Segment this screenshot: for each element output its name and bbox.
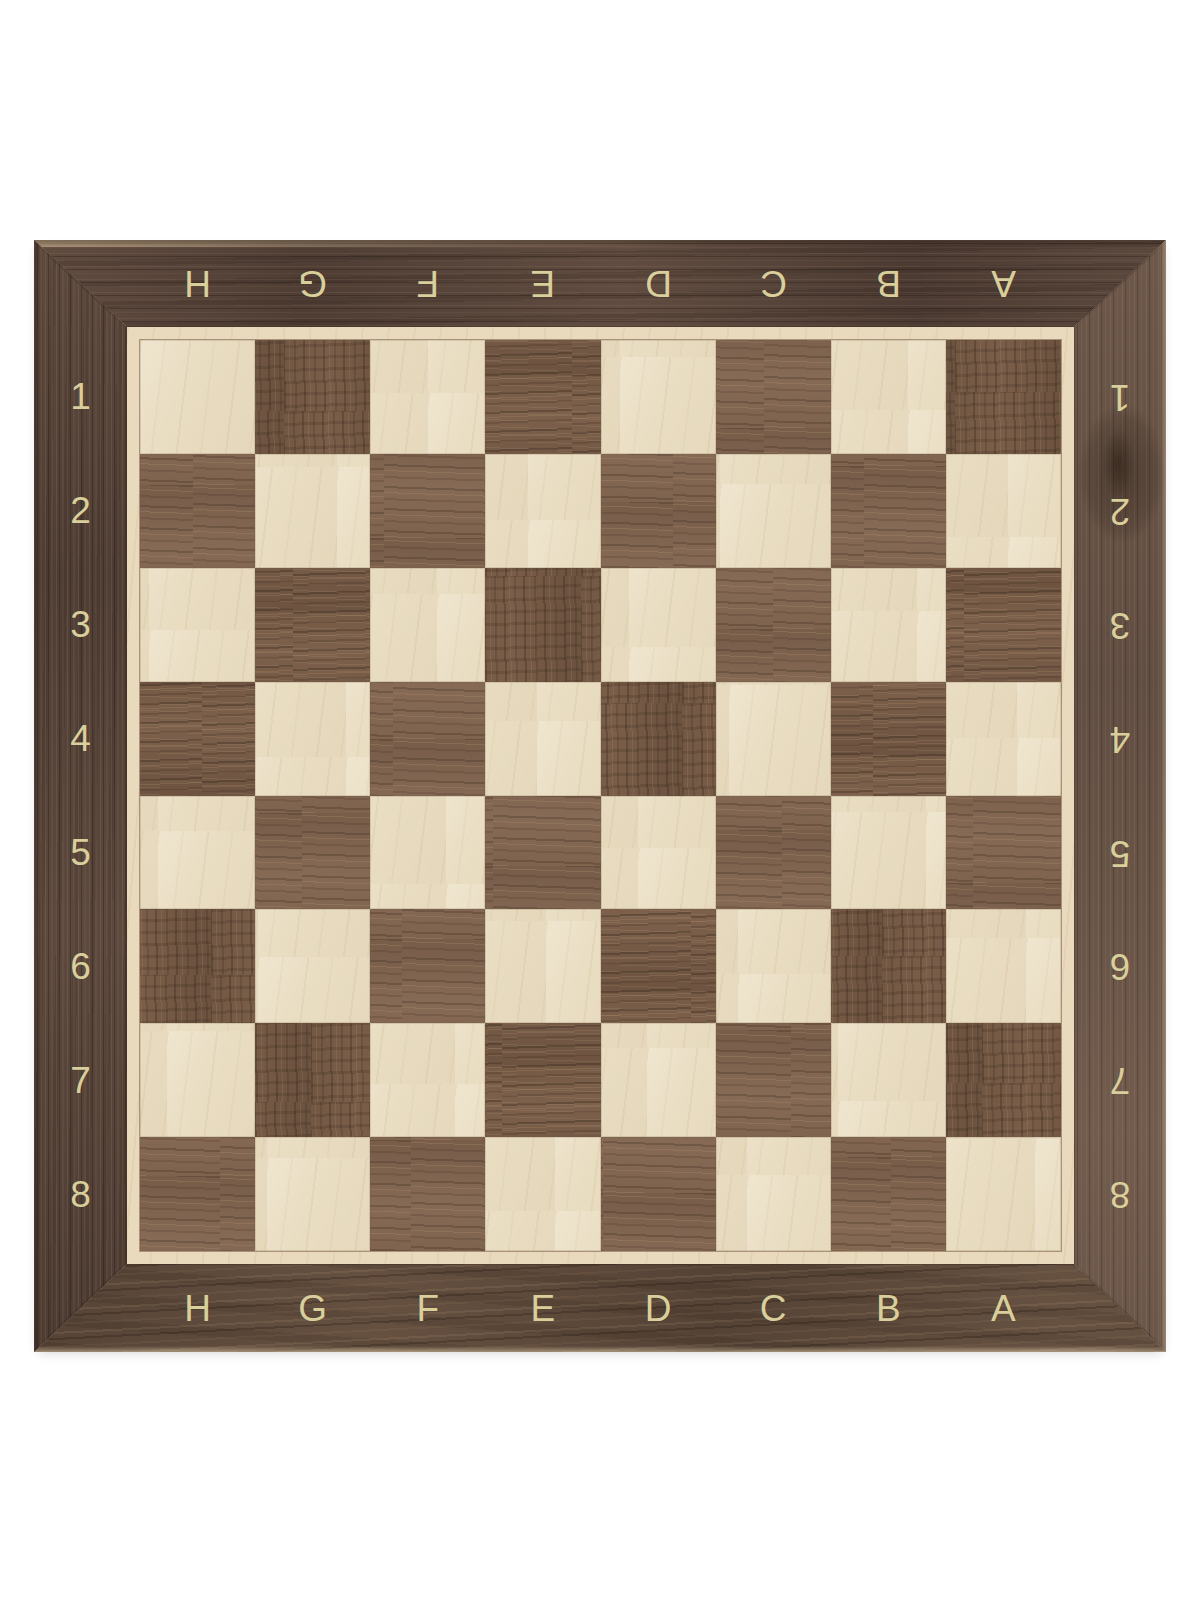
- file-label-h: H: [140, 1264, 255, 1352]
- rank-label-4: 4: [34, 682, 127, 796]
- square-b8[interactable]: [831, 1137, 946, 1251]
- rank-label-7: 7: [1074, 1023, 1166, 1137]
- rank-labels-right: 12345678: [1074, 340, 1166, 1251]
- rank-label-6: 6: [34, 909, 127, 1023]
- file-label-c: C: [716, 1264, 831, 1352]
- square-d4[interactable]: [601, 682, 716, 796]
- square-f8[interactable]: [370, 1137, 485, 1251]
- square-c7[interactable]: [716, 1023, 831, 1137]
- rank-label-3: 3: [34, 568, 127, 682]
- rank-label-2: 2: [34, 454, 127, 568]
- square-h6[interactable]: [140, 909, 255, 1023]
- square-g3[interactable]: [255, 568, 370, 682]
- square-b3[interactable]: [831, 568, 946, 682]
- miter-seam-bottom-left: [33, 1261, 129, 1352]
- rank-label-3: 3: [1074, 568, 1166, 682]
- file-label-e: E: [485, 240, 600, 327]
- square-e2[interactable]: [485, 454, 600, 568]
- square-b2[interactable]: [831, 454, 946, 568]
- square-b7[interactable]: [831, 1023, 946, 1137]
- square-h3[interactable]: [140, 568, 255, 682]
- square-b5[interactable]: [831, 796, 946, 910]
- rank-label-1: 1: [34, 340, 127, 454]
- square-d3[interactable]: [601, 568, 716, 682]
- maple-border-strip: [127, 327, 1074, 1264]
- square-e8[interactable]: [485, 1137, 600, 1251]
- square-a8[interactable]: [946, 1137, 1061, 1251]
- square-a4[interactable]: [946, 682, 1061, 796]
- square-f5[interactable]: [370, 796, 485, 910]
- square-d2[interactable]: [601, 454, 716, 568]
- file-labels-top: HGFEDCBA: [140, 240, 1061, 327]
- square-f1[interactable]: [370, 340, 485, 454]
- miter-seam-top-left: [33, 240, 129, 330]
- square-c6[interactable]: [716, 909, 831, 1023]
- board-frame-right: [1074, 240, 1166, 1352]
- rank-label-5: 5: [1074, 796, 1166, 910]
- square-e5[interactable]: [485, 796, 600, 910]
- board-frame-left: [34, 240, 127, 1352]
- square-a3[interactable]: [946, 568, 1061, 682]
- square-d5[interactable]: [601, 796, 716, 910]
- square-a5[interactable]: [946, 796, 1061, 910]
- square-g2[interactable]: [255, 454, 370, 568]
- rank-label-6: 6: [1074, 909, 1166, 1023]
- square-c2[interactable]: [716, 454, 831, 568]
- square-g8[interactable]: [255, 1137, 370, 1251]
- rank-label-1: 1: [1074, 340, 1166, 454]
- file-label-h: H: [140, 240, 255, 327]
- rank-label-4: 4: [1074, 682, 1166, 796]
- miter-seam-top-right: [1070, 240, 1166, 330]
- square-c5[interactable]: [716, 796, 831, 910]
- board-frame-top: [34, 240, 1166, 327]
- square-f3[interactable]: [370, 568, 485, 682]
- square-h7[interactable]: [140, 1023, 255, 1137]
- square-e3[interactable]: [485, 568, 600, 682]
- square-e6[interactable]: [485, 909, 600, 1023]
- square-f7[interactable]: [370, 1023, 485, 1137]
- file-label-c: C: [716, 240, 831, 327]
- square-e7[interactable]: [485, 1023, 600, 1137]
- square-a6[interactable]: [946, 909, 1061, 1023]
- file-label-f: F: [370, 240, 485, 327]
- square-h4[interactable]: [140, 682, 255, 796]
- square-f4[interactable]: [370, 682, 485, 796]
- square-h2[interactable]: [140, 454, 255, 568]
- file-label-e: E: [485, 1264, 600, 1352]
- file-label-a: A: [946, 240, 1061, 327]
- file-label-g: G: [255, 1264, 370, 1352]
- rank-label-5: 5: [34, 796, 127, 910]
- square-e1[interactable]: [485, 340, 600, 454]
- rank-label-7: 7: [34, 1023, 127, 1137]
- rank-label-8: 8: [1074, 1137, 1166, 1251]
- square-c1[interactable]: [716, 340, 831, 454]
- square-c3[interactable]: [716, 568, 831, 682]
- square-d6[interactable]: [601, 909, 716, 1023]
- board-grid: [140, 340, 1061, 1251]
- square-g6[interactable]: [255, 909, 370, 1023]
- file-labels-bottom: HGFEDCBA: [140, 1264, 1061, 1352]
- chess-board: HGFEDCBA HGFEDCBA 12345678 12345678: [34, 240, 1166, 1352]
- square-d1[interactable]: [601, 340, 716, 454]
- square-f2[interactable]: [370, 454, 485, 568]
- square-c4[interactable]: [716, 682, 831, 796]
- square-g5[interactable]: [255, 796, 370, 910]
- file-label-d: D: [601, 240, 716, 327]
- square-a1[interactable]: [946, 340, 1061, 454]
- rank-label-2: 2: [1074, 454, 1166, 568]
- file-label-a: A: [946, 1264, 1061, 1352]
- file-label-b: B: [831, 240, 946, 327]
- rank-labels-left: 12345678: [34, 340, 127, 1251]
- square-h5[interactable]: [140, 796, 255, 910]
- square-b6[interactable]: [831, 909, 946, 1023]
- square-g4[interactable]: [255, 682, 370, 796]
- square-b1[interactable]: [831, 340, 946, 454]
- square-b4[interactable]: [831, 682, 946, 796]
- board-frame-bottom: [34, 1264, 1166, 1352]
- miter-seam-bottom-right: [1071, 1261, 1167, 1352]
- rank-label-8: 8: [34, 1137, 127, 1251]
- square-d8[interactable]: [601, 1137, 716, 1251]
- square-c8[interactable]: [716, 1137, 831, 1251]
- square-d7[interactable]: [601, 1023, 716, 1137]
- square-h1[interactable]: [140, 340, 255, 454]
- square-h8[interactable]: [140, 1137, 255, 1251]
- file-label-d: D: [601, 1264, 716, 1352]
- square-a7[interactable]: [946, 1023, 1061, 1137]
- square-g7[interactable]: [255, 1023, 370, 1137]
- file-label-g: G: [255, 240, 370, 327]
- file-label-b: B: [831, 1264, 946, 1352]
- file-label-f: F: [370, 1264, 485, 1352]
- square-e4[interactable]: [485, 682, 600, 796]
- square-a2[interactable]: [946, 454, 1061, 568]
- square-f6[interactable]: [370, 909, 485, 1023]
- square-g1[interactable]: [255, 340, 370, 454]
